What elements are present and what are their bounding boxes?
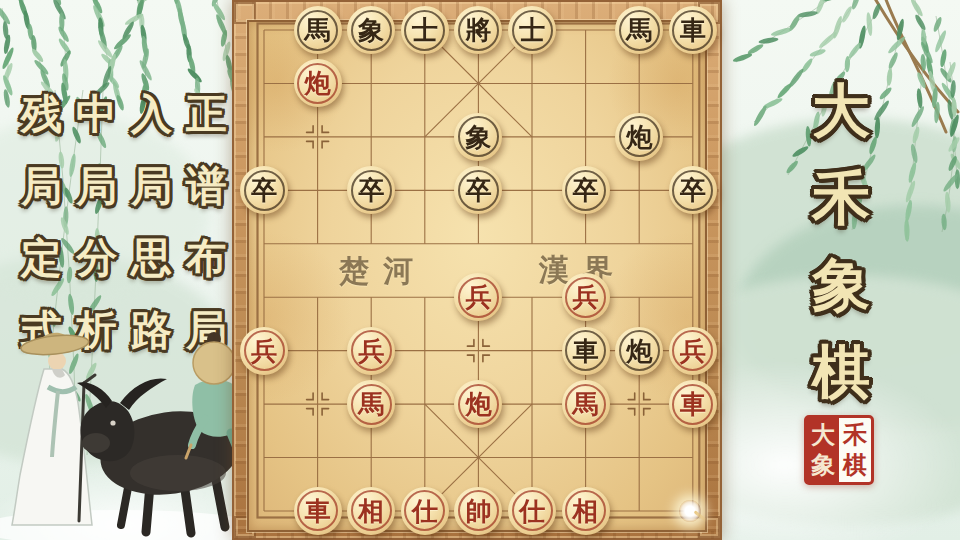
seal-char: 象: [811, 453, 835, 477]
banner-char: 局: [14, 154, 69, 226]
seal-char: 禾: [843, 423, 867, 447]
brand-seal: 大 象 禾 棋: [804, 415, 874, 485]
piece-red-chariot[interactable]: 車: [669, 380, 717, 428]
piece-black-soldier[interactable]: 卒: [562, 166, 610, 214]
piece-red-horse[interactable]: 馬: [562, 380, 610, 428]
brand-char: 象: [812, 246, 870, 333]
piece-red-elephant[interactable]: 相: [347, 487, 395, 535]
cursor-sparkle-icon: [679, 500, 701, 522]
piece-glyph: 卒: [680, 177, 706, 203]
piece-glyph: 兵: [573, 284, 599, 310]
piece-glyph: 卒: [251, 177, 277, 203]
banner-char: 局: [69, 154, 124, 226]
banner-char: 思: [124, 226, 179, 298]
banner-char: 谱: [179, 154, 234, 226]
piece-red-horse[interactable]: 馬: [347, 380, 395, 428]
banner-char: 入: [124, 82, 179, 154]
brand-char: 禾: [812, 159, 870, 246]
piece-glyph: 炮: [305, 70, 331, 96]
piece-glyph: 兵: [358, 338, 384, 364]
piece-glyph: 車: [305, 498, 331, 524]
piece-glyph: 相: [573, 498, 599, 524]
piece-glyph: 士: [412, 17, 438, 43]
piece-glyph: 車: [573, 338, 599, 364]
piece-red-elephant[interactable]: 相: [562, 487, 610, 535]
piece-glyph: 卒: [573, 177, 599, 203]
piece-glyph: 車: [680, 391, 706, 417]
piece-red-soldier[interactable]: 兵: [562, 273, 610, 321]
app-window: 残中入正局局局谱定分思布式析路局: [0, 0, 960, 540]
piece-glyph: 炮: [465, 391, 491, 417]
piece-red-soldier[interactable]: 兵: [240, 327, 288, 375]
piece-black-horse[interactable]: 馬: [615, 6, 663, 54]
piece-glyph: 卒: [465, 177, 491, 203]
piece-black-soldier[interactable]: 卒: [240, 166, 288, 214]
brand-char: 大: [812, 72, 870, 159]
piece-black-chariot[interactable]: 車: [562, 327, 610, 375]
piece-glyph: 兵: [251, 338, 277, 364]
piece-glyph: 馬: [573, 391, 599, 417]
xiangqi-board[interactable]: 楚河 漢界 馬象士將士馬車炮象炮卒卒卒卒卒兵兵兵兵車炮兵馬炮馬車車相仕帥仕相: [232, 0, 722, 540]
piece-glyph: 車: [680, 17, 706, 43]
piece-glyph: 帥: [465, 498, 491, 524]
piece-black-elephant[interactable]: 象: [454, 113, 502, 161]
piece-glyph: 象: [465, 124, 491, 150]
piece-glyph: 馬: [626, 17, 652, 43]
piece-glyph: 馬: [358, 391, 384, 417]
piece-black-cannon[interactable]: 炮: [615, 113, 663, 161]
piece-red-advisor[interactable]: 仕: [401, 487, 449, 535]
banner-char: 分: [69, 226, 124, 298]
piece-glyph: 炮: [626, 338, 652, 364]
piece-red-cannon[interactable]: 炮: [294, 59, 342, 107]
piece-glyph: 象: [358, 17, 384, 43]
seal-char: 棋: [843, 453, 867, 477]
piece-glyph: 炮: [626, 124, 652, 150]
piece-red-chariot[interactable]: 車: [294, 487, 342, 535]
piece-black-cannon[interactable]: 炮: [615, 327, 663, 375]
piece-glyph: 相: [358, 498, 384, 524]
piece-red-advisor[interactable]: 仕: [508, 487, 556, 535]
piece-black-advisor[interactable]: 士: [401, 6, 449, 54]
piece-black-soldier[interactable]: 卒: [669, 166, 717, 214]
piece-glyph: 仕: [412, 498, 438, 524]
frame-carving: [707, 20, 719, 532]
buffalo-herder-painting: [0, 325, 245, 540]
banner-char: 中: [69, 82, 124, 154]
piece-glyph: 將: [465, 17, 491, 43]
seal-char: 大: [811, 423, 835, 447]
piece-red-soldier[interactable]: 兵: [669, 327, 717, 375]
piece-black-elephant[interactable]: 象: [347, 6, 395, 54]
piece-glyph: 馬: [305, 17, 331, 43]
banner-char: 布: [179, 226, 234, 298]
brand-title-vertical: 大禾象棋: [806, 72, 876, 420]
banner-char: 正: [179, 82, 234, 154]
piece-black-advisor[interactable]: 士: [508, 6, 556, 54]
piece-glyph: 仕: [519, 498, 545, 524]
piece-black-horse[interactable]: 馬: [294, 6, 342, 54]
piece-black-chariot[interactable]: 車: [669, 6, 717, 54]
frame-carving: [235, 20, 247, 532]
seal-left-column: 大 象: [807, 418, 839, 482]
right-panel: 大禾象棋 大 象 禾 棋: [722, 0, 960, 540]
banner-char: 定: [14, 226, 69, 298]
brand-char: 棋: [812, 333, 870, 420]
piece-glyph: 卒: [358, 177, 384, 203]
banner-char: 局: [124, 154, 179, 226]
piece-red-soldier[interactable]: 兵: [347, 327, 395, 375]
seal-right-column: 禾 棋: [839, 418, 871, 482]
piece-glyph: 兵: [465, 284, 491, 310]
piece-glyph: 士: [519, 17, 545, 43]
banner-char: 残: [14, 82, 69, 154]
river-label-chu-he: 楚河: [318, 251, 448, 292]
piece-glyph: 兵: [680, 338, 706, 364]
